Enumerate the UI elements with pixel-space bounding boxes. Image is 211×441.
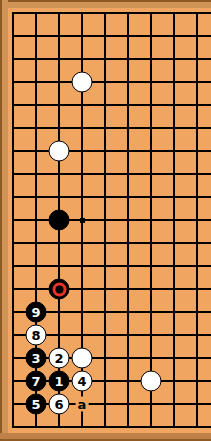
white-stone-D4 (72, 348, 93, 369)
black-stone-C7 (49, 279, 70, 300)
move-number: 4 (77, 375, 86, 388)
grid-line-horizontal (12, 426, 211, 428)
grid-line-horizontal (12, 12, 211, 14)
white-stone-D16 (72, 72, 93, 93)
star-point-D10 (80, 218, 85, 223)
grid-line-horizontal (12, 196, 211, 198)
grid-line-horizontal (12, 265, 211, 267)
white-stone-G3 (141, 371, 162, 392)
move-2-white-stone-C4: 2 (49, 348, 70, 369)
move-3-black-stone-B4: 3 (26, 348, 47, 369)
circle-mark-icon (52, 282, 66, 296)
grid-line-horizontal (12, 150, 211, 152)
move-6-white-stone-C2: 6 (49, 394, 70, 415)
go-diagram: 983271456a (0, 0, 211, 441)
move-number: 1 (54, 375, 63, 388)
point-label-a: a (76, 397, 89, 412)
move-number: 8 (31, 329, 40, 342)
move-7-black-stone-B3: 7 (26, 371, 47, 392)
black-stone-C10 (49, 210, 70, 231)
grid-line-horizontal (12, 173, 211, 175)
move-number: 6 (54, 398, 63, 411)
board-edge-bottom (0, 433, 211, 441)
grid-line-horizontal (12, 288, 211, 290)
move-4-white-stone-D3: 4 (72, 371, 93, 392)
move-number: 9 (31, 306, 40, 319)
move-9-black-stone-B6: 9 (26, 302, 47, 323)
move-1-black-stone-C3: 1 (49, 371, 70, 392)
white-stone-C13 (49, 141, 70, 162)
grid-line-horizontal (12, 127, 211, 129)
move-number: 7 (31, 375, 40, 388)
move-number: 5 (31, 398, 40, 411)
move-number: 3 (31, 352, 40, 365)
grid-line-horizontal (12, 219, 211, 221)
grid-line-horizontal (12, 242, 211, 244)
move-8-white-stone-B5: 8 (26, 325, 47, 346)
grid-line-horizontal (12, 104, 211, 106)
grid-line-horizontal (12, 35, 211, 37)
move-5-black-stone-B2: 5 (26, 394, 47, 415)
board-edge-left (0, 0, 8, 441)
grid-line-horizontal (12, 58, 211, 60)
board-edge-top (0, 0, 211, 8)
grid-line-horizontal (12, 81, 211, 83)
move-number: 2 (54, 352, 63, 365)
